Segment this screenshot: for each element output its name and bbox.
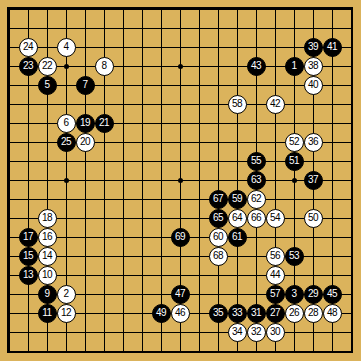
stone-black-49: 49 (152, 304, 171, 323)
stone-black-13: 13 (19, 266, 38, 285)
stone-white-64: 64 (228, 209, 247, 228)
stone-black-37: 37 (304, 171, 323, 190)
stone-white-54: 54 (266, 209, 285, 228)
stone-black-9: 9 (38, 285, 57, 304)
stone-white-4: 4 (57, 38, 76, 57)
stone-white-14: 14 (38, 247, 57, 266)
stone-black-57: 57 (266, 285, 285, 304)
stone-black-55: 55 (247, 152, 266, 171)
stone-white-66: 66 (247, 209, 266, 228)
stone-white-60: 60 (209, 228, 228, 247)
stone-white-18: 18 (38, 209, 57, 228)
stone-black-65: 65 (209, 209, 228, 228)
stone-black-23: 23 (19, 57, 38, 76)
stone-white-52: 52 (285, 133, 304, 152)
stone-black-63: 63 (247, 171, 266, 190)
stone-black-17: 17 (19, 228, 38, 247)
stone-white-24: 24 (19, 38, 38, 57)
stone-white-40: 40 (304, 76, 323, 95)
stone-white-20: 20 (76, 133, 95, 152)
stone-white-56: 56 (266, 247, 285, 266)
stone-black-43: 43 (247, 57, 266, 76)
stone-white-62: 62 (247, 190, 266, 209)
stone-black-11: 11 (38, 304, 57, 323)
stone-white-50: 50 (304, 209, 323, 228)
stone-white-58: 58 (228, 95, 247, 114)
stone-black-53: 53 (285, 247, 304, 266)
go-diagram-page: { "game": { "name": "Go", "board_size": … (0, 0, 361, 361)
stone-white-12: 12 (57, 304, 76, 323)
stone-black-19: 19 (76, 114, 95, 133)
stone-white-42: 42 (266, 95, 285, 114)
stone-black-3: 3 (285, 285, 304, 304)
stone-black-29: 29 (304, 285, 323, 304)
stone-black-41: 41 (323, 38, 342, 57)
stone-white-22: 22 (38, 57, 57, 76)
stone-white-26: 26 (285, 304, 304, 323)
stone-white-10: 10 (38, 266, 57, 285)
stone-white-36: 36 (304, 133, 323, 152)
stone-black-33: 33 (228, 304, 247, 323)
stone-white-68: 68 (209, 247, 228, 266)
stone-white-48: 48 (323, 304, 342, 323)
stone-black-51: 51 (285, 152, 304, 171)
stone-black-47: 47 (171, 285, 190, 304)
stone-white-44: 44 (266, 266, 285, 285)
stone-white-34: 34 (228, 323, 247, 342)
stone-white-46: 46 (171, 304, 190, 323)
go-board: 1234567891011121314151617181920212223242… (0, 0, 361, 361)
stone-black-15: 15 (19, 247, 38, 266)
stone-white-32: 32 (247, 323, 266, 342)
stone-white-16: 16 (38, 228, 57, 247)
stone-white-38: 38 (304, 57, 323, 76)
stone-black-5: 5 (38, 76, 57, 95)
stone-black-59: 59 (228, 190, 247, 209)
stone-black-7: 7 (76, 76, 95, 95)
stone-white-2: 2 (57, 285, 76, 304)
stone-black-25: 25 (57, 133, 76, 152)
stone-black-31: 31 (247, 304, 266, 323)
stone-black-21: 21 (95, 114, 114, 133)
stone-black-1: 1 (285, 57, 304, 76)
stone-white-6: 6 (57, 114, 76, 133)
stone-black-69: 69 (171, 228, 190, 247)
stones-layer: 1234567891011121314151617181920212223242… (0, 0, 361, 361)
stone-black-27: 27 (266, 304, 285, 323)
stone-black-61: 61 (228, 228, 247, 247)
stone-black-45: 45 (323, 285, 342, 304)
stone-black-35: 35 (209, 304, 228, 323)
stone-white-28: 28 (304, 304, 323, 323)
stone-white-30: 30 (266, 323, 285, 342)
stone-black-39: 39 (304, 38, 323, 57)
stone-black-67: 67 (209, 190, 228, 209)
stone-white-8: 8 (95, 57, 114, 76)
